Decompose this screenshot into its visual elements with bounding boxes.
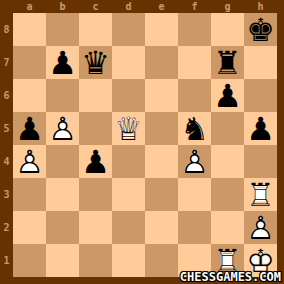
square-f4[interactable]: ♟♙ xyxy=(178,145,211,178)
rank-label-6: 6 xyxy=(0,79,13,112)
rank-label-7: 7 xyxy=(0,46,13,79)
piece-white-queen-d5: ♛ xyxy=(112,112,145,145)
square-b1[interactable] xyxy=(46,244,79,277)
square-a3[interactable] xyxy=(13,178,46,211)
square-f8[interactable] xyxy=(178,13,211,46)
square-e2[interactable] xyxy=(145,211,178,244)
square-e8[interactable] xyxy=(145,13,178,46)
square-d8[interactable] xyxy=(112,13,145,46)
board-grid: ♚♟♛♜♟♟♟♙♛♕♞♟♟♙♟♟♙♜♖♟♙♜♖♚♔ xyxy=(13,13,277,277)
square-g8[interactable] xyxy=(211,13,244,46)
square-g7[interactable]: ♜ xyxy=(211,46,244,79)
square-g4[interactable] xyxy=(211,145,244,178)
square-h6[interactable] xyxy=(244,79,277,112)
square-b3[interactable] xyxy=(46,178,79,211)
piece-white-pawn-b5: ♟ xyxy=(46,112,79,145)
file-label-b: b xyxy=(46,0,79,13)
chess-board: ♚♟♛♜♟♟♟♙♛♕♞♟♟♙♟♟♙♜♖♟♙♜♖♚♔ abcdefgh876543… xyxy=(0,0,284,284)
chessgames-watermark: CHESSGAMES.COM xyxy=(180,270,281,284)
piece-white-queen-d5-outline: ♕ xyxy=(112,112,145,145)
piece-black-king-h8: ♚ xyxy=(244,13,277,46)
piece-black-pawn-h5: ♟ xyxy=(244,112,277,145)
square-d6[interactable] xyxy=(112,79,145,112)
square-a5[interactable]: ♟ xyxy=(13,112,46,145)
square-f5[interactable]: ♞ xyxy=(178,112,211,145)
piece-white-pawn-a4-outline: ♙ xyxy=(13,145,46,178)
file-label-e: e xyxy=(145,0,178,13)
rank-label-8: 8 xyxy=(0,13,13,46)
square-c5[interactable] xyxy=(79,112,112,145)
square-c7[interactable]: ♛ xyxy=(79,46,112,79)
square-b7[interactable]: ♟ xyxy=(46,46,79,79)
piece-black-pawn-g6: ♟ xyxy=(211,79,244,112)
square-g6[interactable]: ♟ xyxy=(211,79,244,112)
piece-white-pawn-b5-outline: ♙ xyxy=(46,112,79,145)
square-h7[interactable] xyxy=(244,46,277,79)
square-g5[interactable] xyxy=(211,112,244,145)
piece-black-pawn-a5: ♟ xyxy=(13,112,46,145)
square-a8[interactable] xyxy=(13,13,46,46)
piece-white-rook-h3: ♜ xyxy=(244,178,277,211)
square-f6[interactable] xyxy=(178,79,211,112)
piece-black-queen-c7: ♛ xyxy=(79,46,112,79)
square-h5[interactable]: ♟ xyxy=(244,112,277,145)
file-label-f: f xyxy=(178,0,211,13)
square-d1[interactable] xyxy=(112,244,145,277)
square-c6[interactable] xyxy=(79,79,112,112)
piece-white-pawn-f4: ♟ xyxy=(178,145,211,178)
square-a4[interactable]: ♟♙ xyxy=(13,145,46,178)
file-label-c: c xyxy=(79,0,112,13)
piece-black-rook-g7: ♜ xyxy=(211,46,244,79)
square-b8[interactable] xyxy=(46,13,79,46)
square-e5[interactable] xyxy=(145,112,178,145)
piece-white-pawn-h2-outline: ♙ xyxy=(244,211,277,244)
piece-black-pawn-b7: ♟ xyxy=(46,46,79,79)
square-b6[interactable] xyxy=(46,79,79,112)
square-h3[interactable]: ♜♖ xyxy=(244,178,277,211)
square-e7[interactable] xyxy=(145,46,178,79)
square-g2[interactable] xyxy=(211,211,244,244)
file-label-d: d xyxy=(112,0,145,13)
square-h8[interactable]: ♚ xyxy=(244,13,277,46)
square-b2[interactable] xyxy=(46,211,79,244)
square-e6[interactable] xyxy=(145,79,178,112)
square-b5[interactable]: ♟♙ xyxy=(46,112,79,145)
square-d4[interactable] xyxy=(112,145,145,178)
square-h2[interactable]: ♟♙ xyxy=(244,211,277,244)
square-c1[interactable] xyxy=(79,244,112,277)
piece-white-rook-h3-outline: ♖ xyxy=(244,178,277,211)
square-d3[interactable] xyxy=(112,178,145,211)
file-label-a: a xyxy=(13,0,46,13)
rank-label-1: 1 xyxy=(0,244,13,277)
square-c8[interactable] xyxy=(79,13,112,46)
square-f3[interactable] xyxy=(178,178,211,211)
file-label-h: h xyxy=(244,0,277,13)
piece-white-pawn-a4: ♟ xyxy=(13,145,46,178)
square-a2[interactable] xyxy=(13,211,46,244)
rank-label-3: 3 xyxy=(0,178,13,211)
square-a7[interactable] xyxy=(13,46,46,79)
square-c3[interactable] xyxy=(79,178,112,211)
file-label-g: g xyxy=(211,0,244,13)
square-h4[interactable] xyxy=(244,145,277,178)
square-c2[interactable] xyxy=(79,211,112,244)
square-b4[interactable] xyxy=(46,145,79,178)
square-f7[interactable] xyxy=(178,46,211,79)
piece-black-knight-f5: ♞ xyxy=(178,112,211,145)
square-a1[interactable] xyxy=(13,244,46,277)
piece-white-pawn-f4-outline: ♙ xyxy=(178,145,211,178)
square-f2[interactable] xyxy=(178,211,211,244)
square-e4[interactable] xyxy=(145,145,178,178)
square-d5[interactable]: ♛♕ xyxy=(112,112,145,145)
piece-white-pawn-h2: ♟ xyxy=(244,211,277,244)
rank-label-5: 5 xyxy=(0,112,13,145)
piece-black-pawn-c4: ♟ xyxy=(79,145,112,178)
rank-label-4: 4 xyxy=(0,145,13,178)
square-e1[interactable] xyxy=(145,244,178,277)
square-d7[interactable] xyxy=(112,46,145,79)
square-e3[interactable] xyxy=(145,178,178,211)
rank-label-2: 2 xyxy=(0,211,13,244)
square-a6[interactable] xyxy=(13,79,46,112)
square-g3[interactable] xyxy=(211,178,244,211)
square-c4[interactable]: ♟ xyxy=(79,145,112,178)
square-d2[interactable] xyxy=(112,211,145,244)
